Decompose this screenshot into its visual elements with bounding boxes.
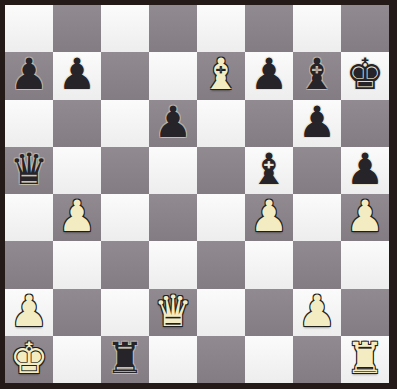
square-g8[interactable] [293,5,341,52]
square-g7[interactable]: ♝ [293,52,341,99]
square-h5[interactable]: ♟ [341,147,389,194]
square-h4[interactable]: ♟ [341,194,389,241]
square-e6[interactable] [197,100,245,147]
square-d4[interactable] [149,194,197,241]
square-f1[interactable] [245,336,293,383]
square-c2[interactable] [101,289,149,336]
square-c3[interactable] [101,241,149,288]
square-e4[interactable] [197,194,245,241]
square-h1[interactable]: ♜ [341,336,389,383]
square-a4[interactable] [5,194,53,241]
white-pawn: ♟ [298,290,337,333]
black-bishop: ♝ [250,148,289,191]
square-b8[interactable] [53,5,101,52]
square-f7[interactable]: ♟ [245,52,293,99]
white-queen: ♛ [154,290,193,333]
square-f6[interactable] [245,100,293,147]
black-rook: ♜ [106,337,145,380]
square-b5[interactable] [53,147,101,194]
black-king: ♚ [346,53,385,96]
square-h7[interactable]: ♚ [341,52,389,99]
square-h3[interactable] [341,241,389,288]
square-c1[interactable]: ♜ [101,336,149,383]
square-h2[interactable] [341,289,389,336]
white-pawn: ♟ [346,195,385,238]
square-a8[interactable] [5,5,53,52]
square-b6[interactable] [53,100,101,147]
square-a6[interactable] [5,100,53,147]
black-pawn: ♟ [10,53,49,96]
square-c7[interactable] [101,52,149,99]
black-pawn: ♟ [298,101,337,144]
black-pawn: ♟ [250,53,289,96]
square-e3[interactable] [197,241,245,288]
square-b3[interactable] [53,241,101,288]
square-d2[interactable]: ♛ [149,289,197,336]
square-a7[interactable]: ♟ [5,52,53,99]
square-g3[interactable] [293,241,341,288]
black-bishop: ♝ [298,53,337,96]
black-pawn: ♟ [346,148,385,191]
white-pawn: ♟ [58,195,97,238]
square-a5[interactable]: ♛ [5,147,53,194]
black-queen: ♛ [10,148,49,191]
square-f8[interactable] [245,5,293,52]
square-b4[interactable]: ♟ [53,194,101,241]
square-g4[interactable] [293,194,341,241]
square-c5[interactable] [101,147,149,194]
square-a1[interactable]: ♚ [5,336,53,383]
square-e7[interactable]: ♝ [197,52,245,99]
square-e1[interactable] [197,336,245,383]
chess-diagram: ♟♟♝♟♝♚♟♟♛♝♟♟♟♟♟♛♟♚♜♜ [0,0,400,389]
square-d8[interactable] [149,5,197,52]
square-b7[interactable]: ♟ [53,52,101,99]
square-c4[interactable] [101,194,149,241]
square-f2[interactable] [245,289,293,336]
square-d1[interactable] [149,336,197,383]
white-rook: ♜ [346,337,385,380]
square-g2[interactable]: ♟ [293,289,341,336]
square-b1[interactable] [53,336,101,383]
square-h8[interactable] [341,5,389,52]
black-pawn: ♟ [58,53,97,96]
square-f5[interactable]: ♝ [245,147,293,194]
square-f4[interactable]: ♟ [245,194,293,241]
square-d6[interactable]: ♟ [149,100,197,147]
square-c6[interactable] [101,100,149,147]
white-bishop: ♝ [202,53,241,96]
square-g1[interactable] [293,336,341,383]
white-pawn: ♟ [10,290,49,333]
square-d5[interactable] [149,147,197,194]
white-pawn: ♟ [250,195,289,238]
white-king: ♚ [10,337,49,380]
square-a3[interactable] [5,241,53,288]
square-g6[interactable]: ♟ [293,100,341,147]
square-e5[interactable] [197,147,245,194]
square-c8[interactable] [101,5,149,52]
square-e8[interactable] [197,5,245,52]
square-g5[interactable] [293,147,341,194]
square-e2[interactable] [197,289,245,336]
square-f3[interactable] [245,241,293,288]
square-d7[interactable] [149,52,197,99]
square-h6[interactable] [341,100,389,147]
square-b2[interactable] [53,289,101,336]
square-a2[interactable]: ♟ [5,289,53,336]
square-d3[interactable] [149,241,197,288]
black-pawn: ♟ [154,101,193,144]
chess-board: ♟♟♝♟♝♚♟♟♛♝♟♟♟♟♟♛♟♚♜♜ [5,5,389,383]
